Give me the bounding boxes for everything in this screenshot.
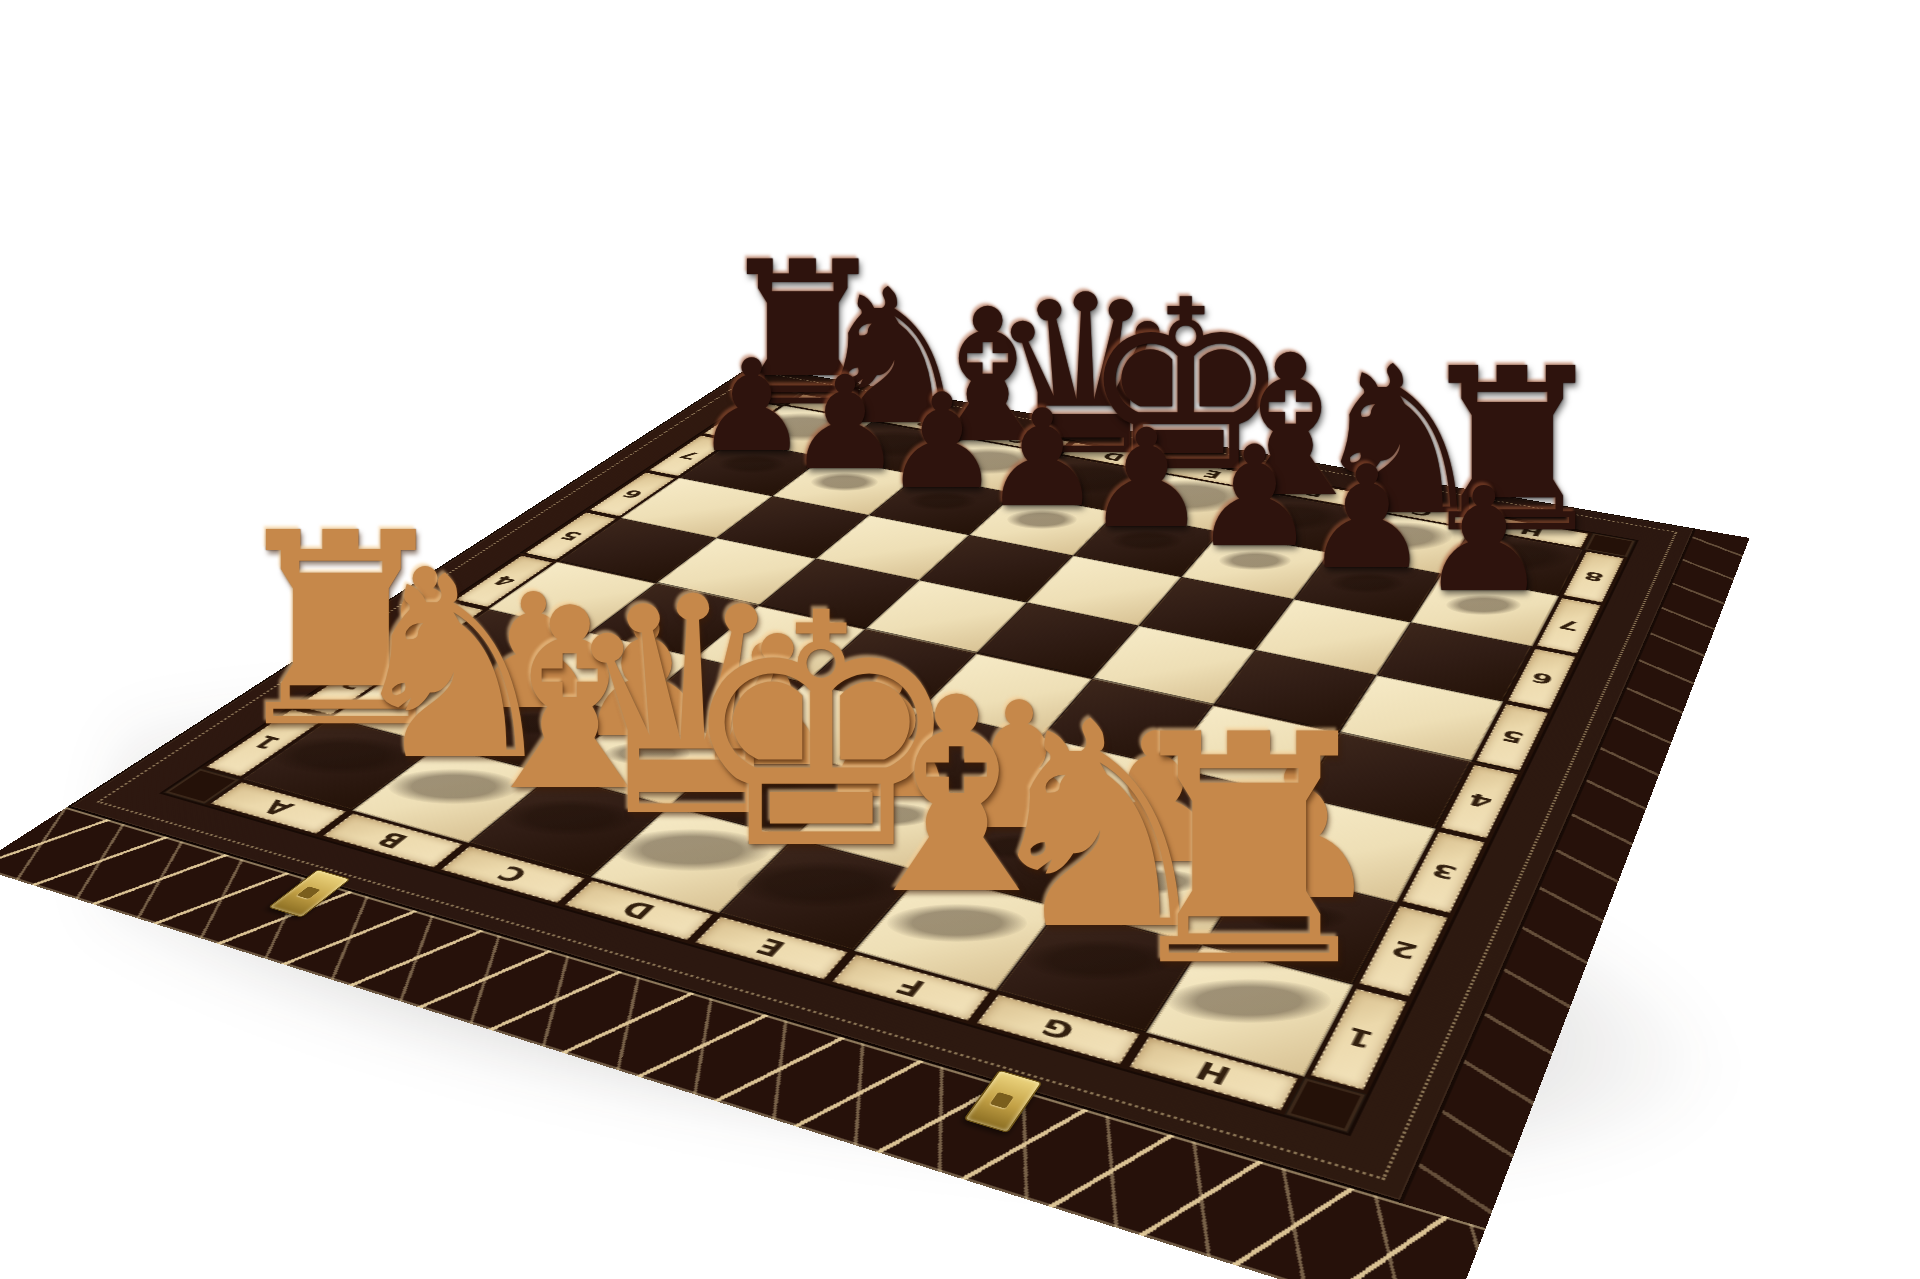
brass-clasp bbox=[963, 1070, 1042, 1133]
pawn-glyph: ♟ bbox=[1419, 468, 1548, 612]
photo-canvas: { "game": "chess", "position": { "fen": … bbox=[0, 0, 1920, 1279]
pawn-glyph: ♟ bbox=[982, 392, 1102, 526]
pawn-glyph: ♟ bbox=[1192, 428, 1317, 567]
pawn-glyph: ♟ bbox=[1085, 411, 1207, 547]
brass-clasp bbox=[268, 869, 351, 917]
pawn-glyph: ♟ bbox=[1303, 447, 1430, 589]
rook-glyph: ♜ bbox=[1108, 694, 1391, 1010]
